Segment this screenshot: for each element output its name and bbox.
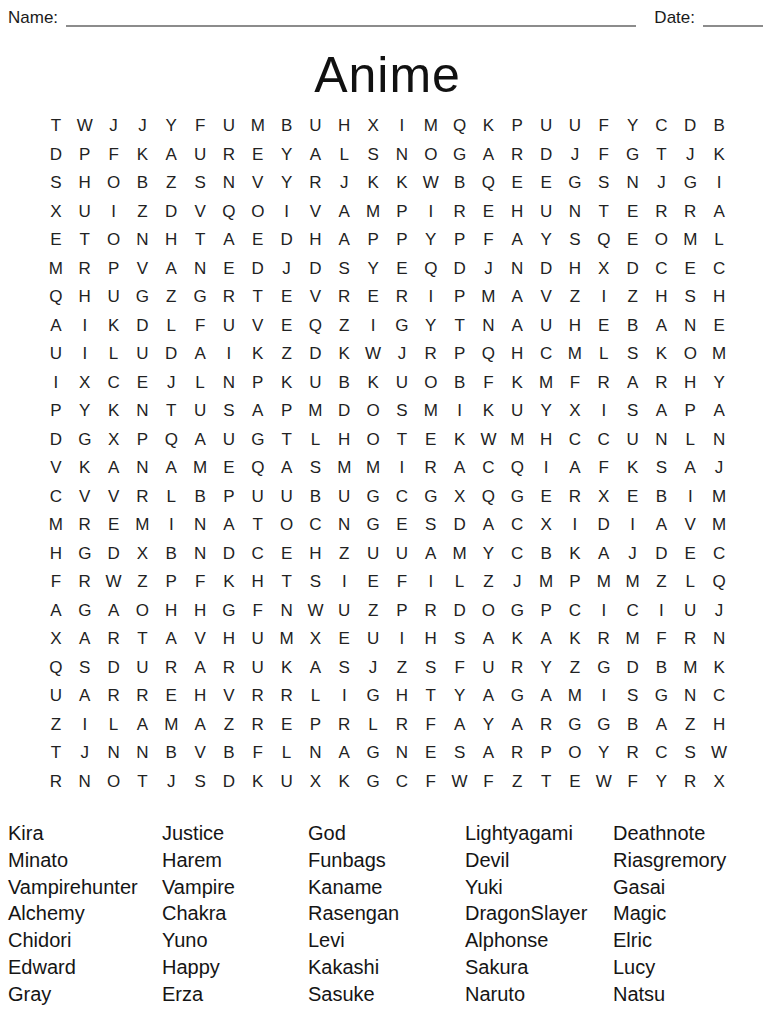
grid-cell-r21c16: A xyxy=(474,682,503,711)
grid-cell-r7c5: Z xyxy=(157,283,186,312)
grid-cell-r4c13: P xyxy=(388,198,417,227)
grid-cell-r4c22: R xyxy=(647,198,676,227)
grid-cell-r21c15: Y xyxy=(445,682,474,711)
grid-cell-r1c16: K xyxy=(474,112,503,141)
grid-cell-r4c4: Z xyxy=(128,198,157,227)
grid-cell-r21c17: G xyxy=(503,682,532,711)
grid-cell-r8c3: K xyxy=(99,312,128,341)
grid-cell-r16c3: D xyxy=(99,540,128,569)
grid-cell-r7c4: G xyxy=(128,283,157,312)
grid-cell-r17c23: L xyxy=(676,568,705,597)
grid-cell-r15c19: I xyxy=(561,511,590,540)
grid-cell-r7c22: H xyxy=(647,283,676,312)
grid-cell-r16c17: C xyxy=(503,540,532,569)
grid-cell-r14c13: C xyxy=(388,483,417,512)
grid-cell-r16c5: B xyxy=(157,540,186,569)
grid-cell-r12c1: D xyxy=(42,426,71,455)
grid-cell-r1c8: M xyxy=(243,112,272,141)
grid-cell-r22c7: Z xyxy=(215,711,244,740)
grid-cell-r9c5: D xyxy=(157,340,186,369)
grid-cell-r21c12: G xyxy=(359,682,388,711)
grid-cell-r9c10: D xyxy=(301,340,330,369)
grid-cell-r6c11: S xyxy=(330,255,359,284)
grid-cell-r24c6: S xyxy=(186,768,215,797)
grid-cell-r23c21: R xyxy=(618,739,647,768)
grid-cell-r10c13: U xyxy=(388,369,417,398)
grid-cell-r21c7: V xyxy=(215,682,244,711)
grid-cell-r14c20: X xyxy=(589,483,618,512)
grid-cell-r20c7: R xyxy=(215,654,244,683)
grid-cell-r11c19: X xyxy=(561,397,590,426)
grid-cell-r20c17: R xyxy=(503,654,532,683)
grid-cell-r12c7: U xyxy=(215,426,244,455)
grid-cell-r10c20: R xyxy=(589,369,618,398)
word-item: Erza xyxy=(162,981,308,1008)
grid-cell-r23c2: J xyxy=(70,739,99,768)
grid-cell-r17c7: K xyxy=(215,568,244,597)
grid-cell-r6c4: V xyxy=(128,255,157,284)
grid-cell-r4c24: A xyxy=(705,198,734,227)
grid-cell-r16c12: U xyxy=(359,540,388,569)
grid-cell-r6c9: J xyxy=(272,255,301,284)
puzzle-title: Anime xyxy=(0,44,775,106)
grid-cell-r6c24: C xyxy=(705,255,734,284)
grid-cell-r5c1: E xyxy=(42,226,71,255)
grid-cell-r9c11: K xyxy=(330,340,359,369)
grid-cell-r14c5: L xyxy=(157,483,186,512)
grid-cell-r13c24: J xyxy=(705,454,734,483)
grid-cell-r16c14: A xyxy=(416,540,445,569)
grid-cell-r24c22: Y xyxy=(647,768,676,797)
grid-cell-r24c2: N xyxy=(70,768,99,797)
grid-cell-r22c13: R xyxy=(388,711,417,740)
grid-cell-r3c9: Y xyxy=(272,169,301,198)
grid-cell-r1c17: P xyxy=(503,112,532,141)
grid-cell-r21c10: L xyxy=(301,682,330,711)
grid-cell-r16c4: X xyxy=(128,540,157,569)
grid-cell-r2c10: A xyxy=(301,141,330,170)
grid-cell-r23c8: F xyxy=(243,739,272,768)
grid-cell-r23c15: S xyxy=(445,739,474,768)
grid-cell-r10c4: E xyxy=(128,369,157,398)
grid-cell-r13c18: I xyxy=(532,454,561,483)
grid-cell-r4c20: T xyxy=(589,198,618,227)
grid-cell-r4c21: E xyxy=(618,198,647,227)
date-label: Date: xyxy=(654,8,695,28)
grid-cell-r23c10: N xyxy=(301,739,330,768)
grid-cell-r17c22: Z xyxy=(647,568,676,597)
grid-cell-r3c8: V xyxy=(243,169,272,198)
grid-cell-r2c7: R xyxy=(215,141,244,170)
grid-cell-r15c24: M xyxy=(705,511,734,540)
grid-cell-r16c9: E xyxy=(272,540,301,569)
grid-cell-r18c13: P xyxy=(388,597,417,626)
grid-cell-r24c8: K xyxy=(243,768,272,797)
grid-cell-r2c13: N xyxy=(388,141,417,170)
grid-cell-r3c7: N xyxy=(215,169,244,198)
grid-cell-r3c18: E xyxy=(532,169,561,198)
grid-cell-r13c1: V xyxy=(42,454,71,483)
grid-cell-r22c8: R xyxy=(243,711,272,740)
grid-cell-r22c14: F xyxy=(416,711,445,740)
grid-cell-r19c9: M xyxy=(272,625,301,654)
grid-cell-r7c21: Z xyxy=(618,283,647,312)
grid-cell-r14c6: B xyxy=(186,483,215,512)
grid-cell-r18c21: C xyxy=(618,597,647,626)
grid-cell-r14c7: P xyxy=(215,483,244,512)
grid-cell-r17c14: I xyxy=(416,568,445,597)
grid-cell-r15c23: V xyxy=(676,511,705,540)
grid-cell-r8c6: F xyxy=(186,312,215,341)
grid-cell-r22c12: L xyxy=(359,711,388,740)
grid-cell-r17c5: P xyxy=(157,568,186,597)
grid-cell-r3c23: G xyxy=(676,169,705,198)
grid-cell-r8c22: A xyxy=(647,312,676,341)
grid-cell-r13c21: K xyxy=(618,454,647,483)
grid-cell-r14c14: G xyxy=(416,483,445,512)
grid-cell-r11c22: A xyxy=(647,397,676,426)
grid-cell-r10c23: H xyxy=(676,369,705,398)
grid-cell-r22c2: I xyxy=(70,711,99,740)
grid-cell-r14c10: B xyxy=(301,483,330,512)
word-item: Rasengan xyxy=(308,900,465,927)
grid-cell-r20c21: D xyxy=(618,654,647,683)
grid-cell-r24c1: R xyxy=(42,768,71,797)
grid-cell-r1c19: U xyxy=(561,112,590,141)
name-blank-line xyxy=(66,9,636,27)
grid-cell-r5c4: N xyxy=(128,226,157,255)
grid-cell-r10c14: O xyxy=(416,369,445,398)
grid-cell-r17c1: F xyxy=(42,568,71,597)
word-item: Elric xyxy=(613,927,775,954)
grid-cell-r11c5: T xyxy=(157,397,186,426)
grid-cell-r19c20: R xyxy=(589,625,618,654)
grid-cell-r7c16: M xyxy=(474,283,503,312)
grid-cell-r3c19: G xyxy=(561,169,590,198)
grid-cell-r22c24: H xyxy=(705,711,734,740)
grid-cell-r16c15: M xyxy=(445,540,474,569)
grid-cell-r12c24: N xyxy=(705,426,734,455)
grid-cell-r21c20: I xyxy=(589,682,618,711)
grid-cell-r11c1: P xyxy=(42,397,71,426)
grid-cell-r19c8: U xyxy=(243,625,272,654)
grid-cell-r10c21: A xyxy=(618,369,647,398)
grid-cell-r8c18: U xyxy=(532,312,561,341)
grid-cell-r3c17: E xyxy=(503,169,532,198)
grid-cell-r15c3: E xyxy=(99,511,128,540)
grid-cell-r3c3: O xyxy=(99,169,128,198)
grid-cell-r17c21: M xyxy=(618,568,647,597)
grid-cell-r16c6: N xyxy=(186,540,215,569)
grid-cell-r14c22: B xyxy=(647,483,676,512)
grid-cell-r19c17: K xyxy=(503,625,532,654)
grid-cell-r16c23: E xyxy=(676,540,705,569)
grid-cell-r2c6: U xyxy=(186,141,215,170)
grid-cell-r18c18: P xyxy=(532,597,561,626)
grid-cell-r8c12: I xyxy=(359,312,388,341)
grid-cell-r20c18: Y xyxy=(532,654,561,683)
grid-cell-r14c24: M xyxy=(705,483,734,512)
grid-cell-r11c16: K xyxy=(474,397,503,426)
word-item: Riasgremory xyxy=(613,847,775,874)
grid-cell-r20c2: S xyxy=(70,654,99,683)
grid-cell-r15c21: I xyxy=(618,511,647,540)
grid-cell-r9c23: O xyxy=(676,340,705,369)
grid-cell-r21c24: C xyxy=(705,682,734,711)
grid-cell-r15c17: C xyxy=(503,511,532,540)
grid-cell-r3c1: S xyxy=(42,169,71,198)
word-item: Naruto xyxy=(465,981,613,1008)
grid-cell-r12c19: C xyxy=(561,426,590,455)
grid-cell-r15c12: G xyxy=(359,511,388,540)
grid-cell-r24c10: X xyxy=(301,768,330,797)
grid-cell-r10c5: J xyxy=(157,369,186,398)
grid-cell-r11c13: S xyxy=(388,397,417,426)
grid-cell-r11c7: S xyxy=(215,397,244,426)
grid-cell-r1c3: J xyxy=(99,112,128,141)
grid-cell-r4c9: I xyxy=(272,198,301,227)
grid-cell-r2c11: L xyxy=(330,141,359,170)
grid-cell-r3c10: R xyxy=(301,169,330,198)
grid-cell-r9c4: U xyxy=(128,340,157,369)
grid-cell-r20c24: K xyxy=(705,654,734,683)
grid-cell-r11c11: D xyxy=(330,397,359,426)
grid-cell-r16c21: J xyxy=(618,540,647,569)
grid-cell-r19c11: E xyxy=(330,625,359,654)
grid-cell-r21c9: R xyxy=(272,682,301,711)
grid-cell-r21c14: T xyxy=(416,682,445,711)
grid-cell-r7c7: R xyxy=(215,283,244,312)
grid-cell-r24c18: T xyxy=(532,768,561,797)
grid-cell-r5c21: E xyxy=(618,226,647,255)
grid-cell-r1c15: Q xyxy=(445,112,474,141)
grid-cell-r3c2: H xyxy=(70,169,99,198)
word-column-2: JusticeHaremVampireChakraYunoHappyErza xyxy=(162,820,308,1008)
grid-cell-r23c12: G xyxy=(359,739,388,768)
grid-cell-r6c23: E xyxy=(676,255,705,284)
grid-cell-r6c17: N xyxy=(503,255,532,284)
grid-cell-r5c16: F xyxy=(474,226,503,255)
grid-cell-r15c4: M xyxy=(128,511,157,540)
grid-cell-r3c13: K xyxy=(388,169,417,198)
grid-cell-r13c6: M xyxy=(186,454,215,483)
grid-cell-r5c22: O xyxy=(647,226,676,255)
word-item: Edward xyxy=(8,954,162,981)
grid-cell-r13c13: I xyxy=(388,454,417,483)
grid-cell-r5c13: P xyxy=(388,226,417,255)
grid-cell-r9c24: M xyxy=(705,340,734,369)
grid-cell-r15c18: X xyxy=(532,511,561,540)
grid-cell-r7c9: E xyxy=(272,283,301,312)
grid-cell-r8c5: L xyxy=(157,312,186,341)
grid-cell-r17c9: T xyxy=(272,568,301,597)
grid-cell-r9c12: W xyxy=(359,340,388,369)
grid-cell-r5c8: E xyxy=(243,226,272,255)
grid-cell-r10c24: Y xyxy=(705,369,734,398)
grid-cell-r12c20: C xyxy=(589,426,618,455)
grid-cell-r15c1: M xyxy=(42,511,71,540)
word-column-1: KiraMinatoVampirehunterAlchemyChidoriEdw… xyxy=(8,820,162,1008)
grid-cell-r2c9: Y xyxy=(272,141,301,170)
grid-cell-r12c5: Q xyxy=(157,426,186,455)
grid-cell-r8c10: Q xyxy=(301,312,330,341)
grid-cell-r8c19: H xyxy=(561,312,590,341)
grid-cell-r7c18: V xyxy=(532,283,561,312)
grid-cell-r20c3: D xyxy=(99,654,128,683)
grid-cell-r8c21: B xyxy=(618,312,647,341)
grid-cell-r8c17: A xyxy=(503,312,532,341)
grid-cell-r19c13: I xyxy=(388,625,417,654)
grid-cell-r9c1: U xyxy=(42,340,71,369)
grid-cell-r1c6: F xyxy=(186,112,215,141)
grid-cell-r19c14: H xyxy=(416,625,445,654)
grid-cell-r17c8: H xyxy=(243,568,272,597)
grid-cell-r15c7: A xyxy=(215,511,244,540)
grid-cell-r15c2: R xyxy=(70,511,99,540)
grid-cell-r7c15: P xyxy=(445,283,474,312)
grid-cell-r8c4: D xyxy=(128,312,157,341)
grid-cell-r22c15: A xyxy=(445,711,474,740)
grid-cell-r11c3: K xyxy=(99,397,128,426)
grid-cell-r21c23: N xyxy=(676,682,705,711)
grid-cell-r16c2: G xyxy=(70,540,99,569)
grid-cell-r1c2: W xyxy=(70,112,99,141)
grid-cell-r7c12: E xyxy=(359,283,388,312)
grid-cell-r12c10: L xyxy=(301,426,330,455)
grid-cell-r12c3: X xyxy=(99,426,128,455)
grid-cell-r5c10: H xyxy=(301,226,330,255)
grid-cell-r9c21: S xyxy=(618,340,647,369)
grid-cell-r2c15: G xyxy=(445,141,474,170)
grid-cell-r8c16: N xyxy=(474,312,503,341)
grid-cell-r6c6: N xyxy=(186,255,215,284)
grid-cell-r4c14: I xyxy=(416,198,445,227)
grid-cell-r13c9: A xyxy=(272,454,301,483)
grid-cell-r24c23: R xyxy=(676,768,705,797)
grid-cell-r2c5: A xyxy=(157,141,186,170)
grid-cell-r9c22: K xyxy=(647,340,676,369)
grid-cell-r8c23: N xyxy=(676,312,705,341)
grid-cell-r9c6: A xyxy=(186,340,215,369)
grid-cell-r9c3: L xyxy=(99,340,128,369)
grid-cell-r5c9: D xyxy=(272,226,301,255)
word-item: Kira xyxy=(8,820,162,847)
grid-cell-r8c7: U xyxy=(215,312,244,341)
word-item: Alphonse xyxy=(465,927,613,954)
grid-cell-r5c23: M xyxy=(676,226,705,255)
grid-cell-r17c12: E xyxy=(359,568,388,597)
grid-cell-r24c19: E xyxy=(561,768,590,797)
grid-cell-r1c18: U xyxy=(532,112,561,141)
grid-cell-r3c4: B xyxy=(128,169,157,198)
grid-cell-r21c21: S xyxy=(618,682,647,711)
grid-cell-r2c1: D xyxy=(42,141,71,170)
grid-cell-r24c12: G xyxy=(359,768,388,797)
grid-cell-r10c7: N xyxy=(215,369,244,398)
grid-cell-r21c8: R xyxy=(243,682,272,711)
grid-cell-r4c15: R xyxy=(445,198,474,227)
grid-cell-r11c9: P xyxy=(272,397,301,426)
grid-cell-r18c8: F xyxy=(243,597,272,626)
grid-cell-r2c3: F xyxy=(99,141,128,170)
grid-cell-r18c20: I xyxy=(589,597,618,626)
grid-cell-r11c23: P xyxy=(676,397,705,426)
grid-cell-r5c14: Y xyxy=(416,226,445,255)
grid-cell-r6c7: E xyxy=(215,255,244,284)
grid-cell-r18c7: G xyxy=(215,597,244,626)
grid-cell-r1c22: C xyxy=(647,112,676,141)
grid-cell-r13c20: F xyxy=(589,454,618,483)
grid-cell-r18c24: J xyxy=(705,597,734,626)
grid-cell-r18c4: O xyxy=(128,597,157,626)
grid-cell-r24c7: D xyxy=(215,768,244,797)
grid-cell-r19c21: M xyxy=(618,625,647,654)
grid-cell-r8c11: Z xyxy=(330,312,359,341)
grid-cell-r19c24: N xyxy=(705,625,734,654)
grid-cell-r18c2: G xyxy=(70,597,99,626)
grid-cell-r18c14: R xyxy=(416,597,445,626)
grid-cell-r2c18: D xyxy=(532,141,561,170)
grid-cell-r21c11: I xyxy=(330,682,359,711)
grid-cell-r11c6: U xyxy=(186,397,215,426)
grid-cell-r18c19: C xyxy=(561,597,590,626)
grid-cell-r17c19: P xyxy=(561,568,590,597)
grid-cell-r24c13: C xyxy=(388,768,417,797)
grid-cell-r11c4: N xyxy=(128,397,157,426)
grid-cell-r9c16: Q xyxy=(474,340,503,369)
grid-cell-r18c22: I xyxy=(647,597,676,626)
grid-cell-r6c5: A xyxy=(157,255,186,284)
grid-cell-r14c18: E xyxy=(532,483,561,512)
grid-cell-r9c18: C xyxy=(532,340,561,369)
grid-cell-r4c11: A xyxy=(330,198,359,227)
grid-cell-r12c12: O xyxy=(359,426,388,455)
grid-cell-r23c4: N xyxy=(128,739,157,768)
grid-cell-r23c9: L xyxy=(272,739,301,768)
grid-cell-r10c6: L xyxy=(186,369,215,398)
grid-cell-r22c22: A xyxy=(647,711,676,740)
grid-cell-r23c14: E xyxy=(416,739,445,768)
grid-cell-r13c11: M xyxy=(330,454,359,483)
grid-cell-r13c15: A xyxy=(445,454,474,483)
grid-cell-r15c13: E xyxy=(388,511,417,540)
grid-cell-r21c13: H xyxy=(388,682,417,711)
grid-cell-r23c20: Y xyxy=(589,739,618,768)
grid-cell-r18c23: U xyxy=(676,597,705,626)
grid-cell-r3c22: J xyxy=(647,169,676,198)
grid-cell-r23c6: V xyxy=(186,739,215,768)
grid-cell-r20c14: S xyxy=(416,654,445,683)
grid-cell-r1c12: X xyxy=(359,112,388,141)
grid-cell-r1c9: B xyxy=(272,112,301,141)
grid-cell-r22c5: M xyxy=(157,711,186,740)
grid-cell-r14c4: R xyxy=(128,483,157,512)
grid-cell-r11c18: Y xyxy=(532,397,561,426)
grid-cell-r3c16: Q xyxy=(474,169,503,198)
grid-cell-r17c20: M xyxy=(589,568,618,597)
grid-cell-r5c24: L xyxy=(705,226,734,255)
grid-cell-r11c24: A xyxy=(705,397,734,426)
grid-cell-r14c19: R xyxy=(561,483,590,512)
grid-cell-r21c3: R xyxy=(99,682,128,711)
letter-grid: TWJJYFUMBUHXIMQKPUUFYCDBDPFKAUREYALSNOGA… xyxy=(42,112,734,796)
grid-cell-r5c3: O xyxy=(99,226,128,255)
grid-cell-r4c8: O xyxy=(243,198,272,227)
grid-cell-r12c17: M xyxy=(503,426,532,455)
grid-cell-r9c2: I xyxy=(70,340,99,369)
grid-cell-r23c24: W xyxy=(705,739,734,768)
grid-cell-r9c17: H xyxy=(503,340,532,369)
